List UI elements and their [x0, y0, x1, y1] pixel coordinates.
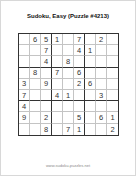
- cell-r9c6: 1: [74, 124, 85, 135]
- cell-r7c8[interactable]: [96, 101, 107, 112]
- puzzle-page: Sudoku, Easy (Puzzle #4213) 651727414887…: [0, 0, 136, 176]
- cell-r2c7: 1: [85, 45, 96, 56]
- cell-r5c1: 3: [19, 79, 30, 90]
- cell-r9c2[interactable]: [30, 124, 41, 135]
- cell-r6c7[interactable]: [85, 90, 96, 101]
- cell-r2c2[interactable]: [30, 45, 41, 56]
- cell-r6c8: 3: [96, 90, 107, 101]
- cell-r4c2: 8: [30, 68, 41, 79]
- cell-r1c6: 7: [74, 34, 85, 45]
- cell-r8c5[interactable]: [63, 112, 74, 123]
- cell-r3c1[interactable]: [19, 56, 30, 67]
- cell-r9c5: 7: [63, 124, 74, 135]
- cell-r7c6[interactable]: [74, 101, 85, 112]
- cell-r4c6: 6: [74, 68, 85, 79]
- cell-r8c7[interactable]: [85, 112, 96, 123]
- cell-r3c2[interactable]: [30, 56, 41, 67]
- cell-r3c6[interactable]: [74, 56, 85, 67]
- cell-r8c3: 2: [41, 112, 52, 123]
- cell-r7c1: 4: [19, 101, 30, 112]
- cell-r7c7[interactable]: [85, 101, 96, 112]
- cell-r2c3: 7: [41, 45, 52, 56]
- cell-r1c3: 5: [41, 34, 52, 45]
- sudoku-grid: 6517274148876392674134925618712: [18, 33, 119, 136]
- cell-r3c8[interactable]: [96, 56, 107, 67]
- cell-r9c3: 8: [41, 124, 52, 135]
- cell-r4c7[interactable]: [85, 68, 96, 79]
- cell-r5c3: 9: [41, 79, 52, 90]
- cell-r8c4[interactable]: [52, 112, 63, 123]
- cell-r9c4[interactable]: [52, 124, 63, 135]
- cell-r1c5[interactable]: [63, 34, 74, 45]
- cell-r8c8: 6: [96, 112, 107, 123]
- page-title: Sudoku, Easy (Puzzle #4213): [1, 13, 135, 19]
- cell-r8c2[interactable]: [30, 112, 41, 123]
- cell-r2c6: 4: [74, 45, 85, 56]
- cell-r2c1[interactable]: [19, 45, 30, 56]
- cell-r4c5[interactable]: [63, 68, 74, 79]
- cell-r8c1: 9: [19, 112, 30, 123]
- cell-r4c4: 7: [52, 68, 63, 79]
- cell-r3c4[interactable]: [52, 56, 63, 67]
- cell-r4c3[interactable]: [41, 68, 52, 79]
- cell-r2c9[interactable]: [107, 45, 118, 56]
- cell-r9c7[interactable]: [85, 124, 96, 135]
- cell-r1c1[interactable]: [19, 34, 30, 45]
- cell-r1c4: 1: [52, 34, 63, 45]
- cell-r3c9[interactable]: [107, 56, 118, 67]
- cell-r5c6: 2: [74, 79, 85, 90]
- cell-r5c7: 6: [85, 79, 96, 90]
- cell-r4c9[interactable]: [107, 68, 118, 79]
- cell-r1c2: 6: [30, 34, 41, 45]
- cell-r6c6[interactable]: [74, 90, 85, 101]
- cell-r1c8: 2: [96, 34, 107, 45]
- cell-r5c4[interactable]: [52, 79, 63, 90]
- cell-r3c5: 8: [63, 56, 74, 67]
- cell-r8c6: 5: [74, 112, 85, 123]
- cell-r8c9: 1: [107, 112, 118, 123]
- cell-r6c2[interactable]: [30, 90, 41, 101]
- footer-url: www.sudoku-puzzles.net: [1, 163, 135, 168]
- cell-r3c7[interactable]: [85, 56, 96, 67]
- cell-r6c4: 4: [52, 90, 63, 101]
- cell-r2c8[interactable]: [96, 45, 107, 56]
- cell-r7c2[interactable]: [30, 101, 41, 112]
- cell-r2c5[interactable]: [63, 45, 74, 56]
- cell-r6c9[interactable]: [107, 90, 118, 101]
- cell-r7c9[interactable]: [107, 101, 118, 112]
- cell-r6c1: 7: [19, 90, 30, 101]
- cell-r9c9: 2: [107, 124, 118, 135]
- cell-r6c3[interactable]: [41, 90, 52, 101]
- cell-r9c1[interactable]: [19, 124, 30, 135]
- cell-r4c8[interactable]: [96, 68, 107, 79]
- cell-r5c9[interactable]: [107, 79, 118, 90]
- cell-r5c8[interactable]: [96, 79, 107, 90]
- cell-r6c5: 1: [63, 90, 74, 101]
- cell-r4c1[interactable]: [19, 68, 30, 79]
- cell-r1c9[interactable]: [107, 34, 118, 45]
- cell-r7c4[interactable]: [52, 101, 63, 112]
- cell-r7c5[interactable]: [63, 101, 74, 112]
- cell-r3c3: 4: [41, 56, 52, 67]
- cell-r5c5[interactable]: [63, 79, 74, 90]
- cell-r2c4[interactable]: [52, 45, 63, 56]
- cell-r7c3[interactable]: [41, 101, 52, 112]
- cell-r5c2[interactable]: [30, 79, 41, 90]
- cell-r9c8[interactable]: [96, 124, 107, 135]
- cell-r1c7[interactable]: [85, 34, 96, 45]
